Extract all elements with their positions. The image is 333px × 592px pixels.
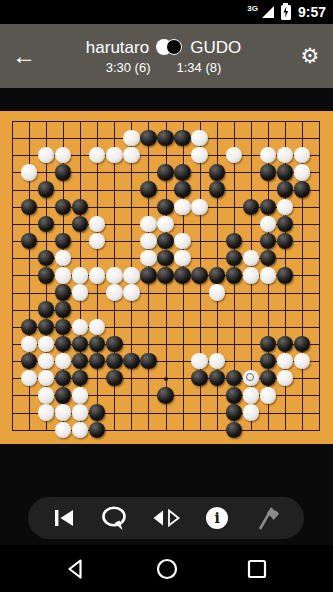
- black-stone: [55, 336, 71, 352]
- white-stone: [294, 353, 310, 369]
- black-stone: [89, 422, 105, 438]
- white-stone: [38, 387, 54, 403]
- player-black-name: GUDO: [190, 38, 241, 58]
- chat-bubble-icon: [101, 506, 128, 531]
- gear-icon: ⚙: [301, 44, 320, 67]
- white-stone: [243, 387, 259, 403]
- black-stone: [191, 267, 207, 283]
- white-stone: [243, 404, 259, 420]
- black-stone: [106, 336, 122, 352]
- black-stone: [55, 233, 71, 249]
- black-stone: [226, 370, 242, 386]
- black-stone: [209, 164, 225, 180]
- black-stone: [140, 267, 156, 283]
- white-clock: 3:30 (6): [106, 60, 151, 75]
- go-board[interactable]: [0, 111, 333, 444]
- black-stone: [89, 353, 105, 369]
- content-area: i: [0, 88, 333, 545]
- black-stone: [226, 422, 242, 438]
- white-stone: [191, 353, 207, 369]
- black-stone: [157, 387, 173, 403]
- black-stone: [226, 233, 242, 249]
- white-stone: [72, 267, 88, 283]
- black-stone: [72, 353, 88, 369]
- prev-next-move-button[interactable]: [150, 502, 182, 534]
- black-stone: [174, 181, 190, 197]
- white-stone: [89, 319, 105, 335]
- white-stone: [174, 233, 190, 249]
- player-white-name: harutaro: [86, 38, 149, 58]
- white-stone: [243, 370, 259, 386]
- white-stone: [106, 147, 122, 163]
- match-header: harutaro GUDO 3:30 (6) 1:34 (8): [40, 38, 287, 75]
- black-stone: [277, 336, 293, 352]
- white-stone: [21, 164, 37, 180]
- white-stone: [55, 404, 71, 420]
- black-stone: [226, 250, 242, 266]
- black-stone: [277, 181, 293, 197]
- resign-flag-icon: [255, 505, 281, 531]
- black-stone: [157, 199, 173, 215]
- black-stone: [38, 319, 54, 335]
- white-stone: [140, 250, 156, 266]
- app-screen: 3G 9:57 ← harutaro GUDO 3:30 (6) 1:34 (8…: [0, 0, 333, 592]
- white-stone: [140, 216, 156, 232]
- chat-button[interactable]: [99, 502, 131, 534]
- white-stone: [72, 319, 88, 335]
- white-stone: [89, 233, 105, 249]
- black-stone: [260, 164, 276, 180]
- white-stone: [123, 147, 139, 163]
- white-stone: [260, 267, 276, 283]
- black-stone: [89, 404, 105, 420]
- black-stone: [157, 250, 173, 266]
- white-stone: [174, 199, 190, 215]
- white-stone: [55, 250, 71, 266]
- black-stone: [55, 319, 71, 335]
- white-stone: [260, 147, 276, 163]
- black-stone: [157, 164, 173, 180]
- network-type-label: 3G: [247, 4, 258, 13]
- white-stone: [106, 267, 122, 283]
- white-stone: [89, 267, 105, 283]
- settings-button[interactable]: ⚙: [287, 44, 333, 68]
- black-stone: [157, 267, 173, 283]
- white-stone: [123, 130, 139, 146]
- black-stone: [157, 233, 173, 249]
- black-stone: [72, 216, 88, 232]
- black-stone: [89, 336, 105, 352]
- signal-icon: [262, 6, 274, 18]
- nav-home-button[interactable]: [155, 557, 179, 581]
- white-stone: [226, 147, 242, 163]
- black-stone: [55, 164, 71, 180]
- black-stone: [277, 233, 293, 249]
- white-stone: [243, 250, 259, 266]
- white-stone: [21, 370, 37, 386]
- white-stone: [106, 284, 122, 300]
- white-stone: [277, 353, 293, 369]
- black-stone: [123, 353, 139, 369]
- black-stone: [209, 370, 225, 386]
- black-stone: [72, 336, 88, 352]
- white-stone: [72, 387, 88, 403]
- black-stone: [174, 130, 190, 146]
- black-stone: [140, 353, 156, 369]
- nav-recents-icon: [246, 558, 268, 580]
- white-stone: [140, 233, 156, 249]
- back-arrow-icon: ←: [12, 42, 36, 69]
- black-stone: [55, 387, 71, 403]
- black-stone: [72, 199, 88, 215]
- skip-to-start-icon: [52, 508, 76, 528]
- black-stone: [157, 130, 173, 146]
- status-time: 9:57: [298, 4, 326, 20]
- status-bar: 3G 9:57: [0, 0, 333, 24]
- black-stone: [260, 336, 276, 352]
- nav-home-icon: [156, 558, 178, 580]
- resign-button[interactable]: [252, 502, 284, 534]
- black-stone: [174, 164, 190, 180]
- black-stone: [38, 301, 54, 317]
- action-bar: ← harutaro GUDO 3:30 (6) 1:34 (8) ⚙: [0, 24, 333, 88]
- black-stone: [243, 199, 259, 215]
- black-stone: [260, 250, 276, 266]
- black-clock: 1:34 (8): [177, 60, 222, 75]
- white-stone: [123, 284, 139, 300]
- black-stone: [226, 387, 242, 403]
- prev-next-icon: [151, 508, 181, 528]
- black-stone: [209, 181, 225, 197]
- black-stone: [260, 199, 276, 215]
- white-stone: [209, 353, 225, 369]
- white-stone: [38, 370, 54, 386]
- playback-toolbar: i: [28, 497, 304, 539]
- info-icon: i: [206, 507, 228, 529]
- black-stone: [226, 267, 242, 283]
- black-stone: [38, 216, 54, 232]
- black-stone: [260, 233, 276, 249]
- black-stone: [21, 199, 37, 215]
- white-stone: [38, 353, 54, 369]
- white-stone: [38, 336, 54, 352]
- white-stone: [260, 216, 276, 232]
- white-stone: [294, 164, 310, 180]
- last-move-marker: [246, 373, 254, 381]
- black-stone: [140, 130, 156, 146]
- white-stone: [55, 267, 71, 283]
- black-stone: [277, 267, 293, 283]
- white-stone: [191, 130, 207, 146]
- black-stone: [21, 319, 37, 335]
- white-stone: [72, 404, 88, 420]
- white-stone: [55, 422, 71, 438]
- black-stone: [21, 353, 37, 369]
- white-stone: [72, 284, 88, 300]
- white-stone: [123, 267, 139, 283]
- white-stone: [89, 216, 105, 232]
- white-stone: [55, 353, 71, 369]
- info-button[interactable]: i: [201, 502, 233, 534]
- android-nav-bar: [0, 545, 333, 592]
- black-stone: [209, 267, 225, 283]
- black-stone: [106, 370, 122, 386]
- stone-colors-icon: [156, 39, 183, 56]
- black-stone: [140, 181, 156, 197]
- white-stone: [38, 404, 54, 420]
- white-stone: [174, 250, 190, 266]
- black-stone: [106, 353, 122, 369]
- black-stone: [294, 336, 310, 352]
- white-stone: [277, 370, 293, 386]
- black-stone: [260, 370, 276, 386]
- black-stone-icon: [166, 39, 182, 55]
- black-stone: [260, 353, 276, 369]
- black-stone: [55, 199, 71, 215]
- black-stone: [38, 250, 54, 266]
- black-stone: [277, 164, 293, 180]
- nav-recents-button[interactable]: [245, 557, 269, 581]
- white-stone: [89, 147, 105, 163]
- white-stone: [72, 422, 88, 438]
- charging-bolt-icon: [282, 7, 289, 18]
- black-stone: [38, 181, 54, 197]
- white-stone: [55, 147, 71, 163]
- black-stone: [294, 181, 310, 197]
- white-stone: [260, 387, 276, 403]
- black-stone: [277, 216, 293, 232]
- black-stone: [21, 233, 37, 249]
- white-stone: [243, 267, 259, 283]
- battery-icon: [281, 5, 291, 20]
- black-stone: [55, 301, 71, 317]
- white-stone: [209, 284, 225, 300]
- black-stone: [38, 267, 54, 283]
- nav-back-button[interactable]: [64, 557, 88, 581]
- black-stone: [55, 284, 71, 300]
- white-stone: [21, 336, 37, 352]
- black-stone: [174, 267, 190, 283]
- nav-back-icon: [65, 558, 87, 580]
- white-stone: [277, 199, 293, 215]
- skip-to-start-button[interactable]: [48, 502, 80, 534]
- white-stone: [191, 147, 207, 163]
- white-stone: [294, 147, 310, 163]
- black-stone: [55, 370, 71, 386]
- white-stone: [38, 147, 54, 163]
- white-stone: [191, 199, 207, 215]
- white-stone: [157, 216, 173, 232]
- black-stone: [191, 370, 207, 386]
- star-point: [164, 377, 168, 381]
- black-stone: [72, 370, 88, 386]
- black-stone: [226, 404, 242, 420]
- white-stone: [277, 147, 293, 163]
